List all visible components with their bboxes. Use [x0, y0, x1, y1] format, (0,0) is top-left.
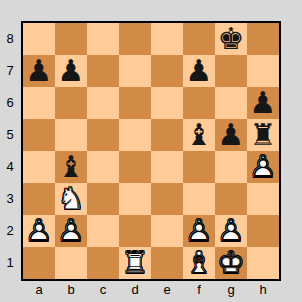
square-h4[interactable]: ♟♙	[247, 151, 279, 183]
square-h5[interactable]: ♜	[247, 119, 279, 151]
square-b5[interactable]	[55, 119, 87, 151]
square-a5[interactable]	[23, 119, 55, 151]
black-pawn-g5[interactable]: ♟	[215, 119, 247, 151]
square-e5[interactable]	[151, 119, 183, 151]
square-d4[interactable]	[119, 151, 151, 183]
black-pawn-f7[interactable]: ♟	[183, 55, 215, 87]
black-bishop-b4[interactable]: ♝	[55, 151, 87, 183]
square-f5[interactable]: ♝	[183, 119, 215, 151]
file-label-h: h	[247, 282, 279, 298]
rank-labels: 87654321	[0, 23, 20, 279]
square-h8[interactable]	[247, 23, 279, 55]
piece-glyph-fill: ♚	[215, 23, 247, 55]
square-c6[interactable]	[87, 87, 119, 119]
rank-label-8: 8	[0, 23, 20, 55]
black-bishop-f5[interactable]: ♝	[183, 119, 215, 151]
square-g6[interactable]	[215, 87, 247, 119]
file-label-c: c	[87, 282, 119, 298]
square-c3[interactable]	[87, 183, 119, 215]
white-pawn-a2[interactable]: ♟♙	[23, 215, 55, 247]
square-c7[interactable]	[87, 55, 119, 87]
square-b8[interactable]	[55, 23, 87, 55]
square-d5[interactable]	[119, 119, 151, 151]
square-g2[interactable]: ♟♙	[215, 215, 247, 247]
piece-glyph-outline: ♙	[183, 215, 215, 247]
square-b1[interactable]	[55, 247, 87, 279]
file-label-a: a	[23, 282, 55, 298]
square-e8[interactable]	[151, 23, 183, 55]
white-bishop-f1[interactable]: ♝♗	[183, 247, 215, 279]
square-f1[interactable]: ♝♗	[183, 247, 215, 279]
rank-label-5: 5	[0, 119, 20, 151]
square-b3[interactable]: ♞♘	[55, 183, 87, 215]
piece-glyph-fill: ♟	[215, 119, 247, 151]
piece-glyph-fill: ♜	[247, 119, 279, 151]
square-f4[interactable]	[183, 151, 215, 183]
chess-board: ♚♟♟♟♟♝♟♜♝♟♙♞♘♟♙♟♙♟♙♟♙♜♖♝♗♚♔	[21, 21, 281, 281]
square-h2[interactable]	[247, 215, 279, 247]
square-e6[interactable]	[151, 87, 183, 119]
square-h1[interactable]	[247, 247, 279, 279]
piece-glyph-outline: ♖	[119, 247, 151, 279]
square-d2[interactable]	[119, 215, 151, 247]
square-h7[interactable]	[247, 55, 279, 87]
file-label-d: d	[119, 282, 151, 298]
file-label-g: g	[215, 282, 247, 298]
piece-glyph-outline: ♗	[183, 247, 215, 279]
file-label-e: e	[151, 282, 183, 298]
square-a3[interactable]	[23, 183, 55, 215]
square-a2[interactable]: ♟♙	[23, 215, 55, 247]
square-c1[interactable]	[87, 247, 119, 279]
square-c8[interactable]	[87, 23, 119, 55]
piece-glyph-outline: ♘	[55, 183, 87, 215]
white-knight-b3[interactable]: ♞♘	[55, 183, 87, 215]
white-pawn-f2[interactable]: ♟♙	[183, 215, 215, 247]
square-b7[interactable]: ♟	[55, 55, 87, 87]
square-g4[interactable]	[215, 151, 247, 183]
square-c5[interactable]	[87, 119, 119, 151]
piece-glyph-outline: ♙	[23, 215, 55, 247]
square-a6[interactable]	[23, 87, 55, 119]
square-b4[interactable]: ♝	[55, 151, 87, 183]
piece-glyph-fill: ♟	[23, 55, 55, 87]
piece-glyph-fill: ♟	[247, 87, 279, 119]
rank-label-7: 7	[0, 55, 20, 87]
black-pawn-a7[interactable]: ♟	[23, 55, 55, 87]
white-king-g1[interactable]: ♚♔	[215, 247, 247, 279]
square-g1[interactable]: ♚♔	[215, 247, 247, 279]
square-h3[interactable]	[247, 183, 279, 215]
piece-glyph-fill: ♟	[55, 55, 87, 87]
square-d1[interactable]: ♜♖	[119, 247, 151, 279]
square-d8[interactable]	[119, 23, 151, 55]
file-labels: abcdefgh	[23, 282, 279, 298]
square-a8[interactable]	[23, 23, 55, 55]
file-label-b: b	[55, 282, 87, 298]
square-f8[interactable]	[183, 23, 215, 55]
rank-label-2: 2	[0, 215, 20, 247]
white-pawn-h4[interactable]: ♟♙	[247, 151, 279, 183]
piece-glyph-outline: ♙	[215, 215, 247, 247]
square-g5[interactable]: ♟	[215, 119, 247, 151]
square-a7[interactable]: ♟	[23, 55, 55, 87]
rank-label-1: 1	[0, 247, 20, 279]
rank-label-3: 3	[0, 183, 20, 215]
square-a4[interactable]	[23, 151, 55, 183]
square-b2[interactable]: ♟♙	[55, 215, 87, 247]
black-pawn-b7[interactable]: ♟	[55, 55, 87, 87]
square-e7[interactable]	[151, 55, 183, 87]
square-c4[interactable]	[87, 151, 119, 183]
square-f3[interactable]	[183, 183, 215, 215]
square-f6[interactable]	[183, 87, 215, 119]
white-rook-d1[interactable]: ♜♖	[119, 247, 151, 279]
square-d6[interactable]	[119, 87, 151, 119]
square-e1[interactable]	[151, 247, 183, 279]
black-king-g8[interactable]: ♚	[215, 23, 247, 55]
square-h6[interactable]: ♟	[247, 87, 279, 119]
piece-glyph-outline: ♙	[247, 151, 279, 183]
square-a1[interactable]	[23, 247, 55, 279]
square-c2[interactable]	[87, 215, 119, 247]
square-b6[interactable]	[55, 87, 87, 119]
square-e2[interactable]	[151, 215, 183, 247]
square-g7[interactable]	[215, 55, 247, 87]
piece-glyph-fill: ♝	[183, 119, 215, 151]
white-pawn-g2[interactable]: ♟♙	[215, 215, 247, 247]
square-e3[interactable]	[151, 183, 183, 215]
chess-diagram: 87654321 ♚♟♟♟♟♝♟♜♝♟♙♞♘♟♙♟♙♟♙♟♙♜♖♝♗♚♔ abc…	[0, 0, 302, 302]
piece-glyph-fill: ♝	[55, 151, 87, 183]
rank-label-4: 4	[0, 151, 20, 183]
black-rook-h5[interactable]: ♜	[247, 119, 279, 151]
black-pawn-h6[interactable]: ♟	[247, 87, 279, 119]
square-f2[interactable]: ♟♙	[183, 215, 215, 247]
file-label-f: f	[183, 282, 215, 298]
square-d7[interactable]	[119, 55, 151, 87]
piece-glyph-outline: ♔	[215, 247, 247, 279]
piece-glyph-fill: ♟	[183, 55, 215, 87]
square-d3[interactable]	[119, 183, 151, 215]
square-e4[interactable]	[151, 151, 183, 183]
square-f7[interactable]: ♟	[183, 55, 215, 87]
white-pawn-b2[interactable]: ♟♙	[55, 215, 87, 247]
square-g8[interactable]: ♚	[215, 23, 247, 55]
rank-label-6: 6	[0, 87, 20, 119]
piece-glyph-outline: ♙	[55, 215, 87, 247]
square-g3[interactable]	[215, 183, 247, 215]
